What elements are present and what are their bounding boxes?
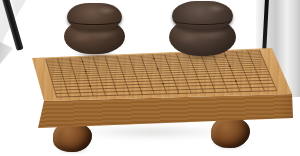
stone-bowl-right (169, 1, 236, 58)
bowl-lid-seam (173, 15, 232, 25)
stone-bowl-left (64, 3, 125, 56)
go-board-photo (0, 0, 300, 156)
left-mirror-reflection (0, 42, 13, 64)
